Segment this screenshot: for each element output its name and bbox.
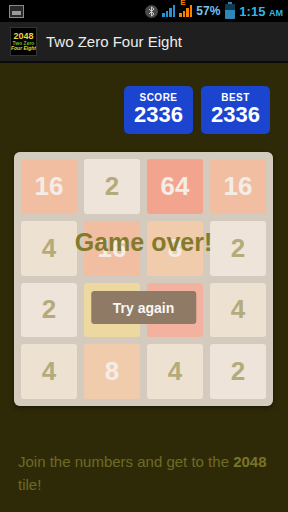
app-title-bar: 2048 Two Zero Four Eight Two Zero Four E… xyxy=(0,22,288,63)
game-over-message: Game over! xyxy=(14,228,273,257)
status-bar[interactable]: E 57% 1:15 AM xyxy=(0,0,288,22)
scoreboard: SCORE 2336 BEST 2336 xyxy=(0,86,270,134)
page-title: Two Zero Four Eight xyxy=(46,33,182,50)
score-box: SCORE 2336 xyxy=(124,86,193,134)
best-box: BEST 2336 xyxy=(201,86,270,134)
bluetooth-icon xyxy=(145,5,158,18)
goal-tile-highlight: 2048 xyxy=(233,453,266,470)
instructions-text: Join the numbers and get to the 2048 til… xyxy=(18,450,270,496)
battery-icon xyxy=(225,4,235,19)
network-type-label: E xyxy=(180,0,185,7)
screenshot-notification-icon xyxy=(9,5,24,18)
game-over-overlay xyxy=(14,152,273,406)
best-value: 2336 xyxy=(211,102,260,128)
clock-label: 1:15 AM xyxy=(239,4,283,19)
score-value: 2336 xyxy=(134,102,183,128)
try-again-button[interactable]: Try again xyxy=(91,291,196,324)
game-over-layer: Game over! Try again xyxy=(14,152,273,406)
wifi-signal-icon xyxy=(162,5,175,17)
battery-percent-label: 57% xyxy=(196,4,220,18)
app-logo-icon: 2048 Two Zero Four Eight xyxy=(10,27,37,56)
cell-signal-icon: E xyxy=(179,5,192,17)
